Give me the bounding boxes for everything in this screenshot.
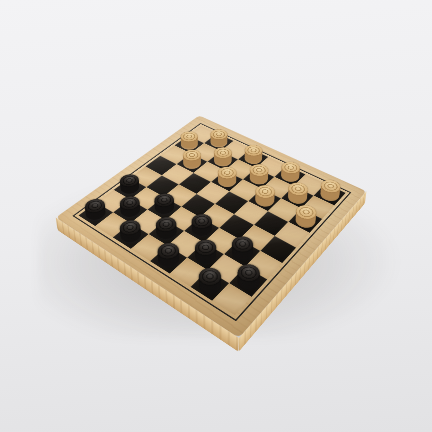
- scene: ⛀⛀⛀⛀⛀⛀⛀⛀⛀⛀⛀⛀⛂⛂⛂⛂⛂⛂⛂⛂⛂⛂⛂⛂: [0, 0, 432, 432]
